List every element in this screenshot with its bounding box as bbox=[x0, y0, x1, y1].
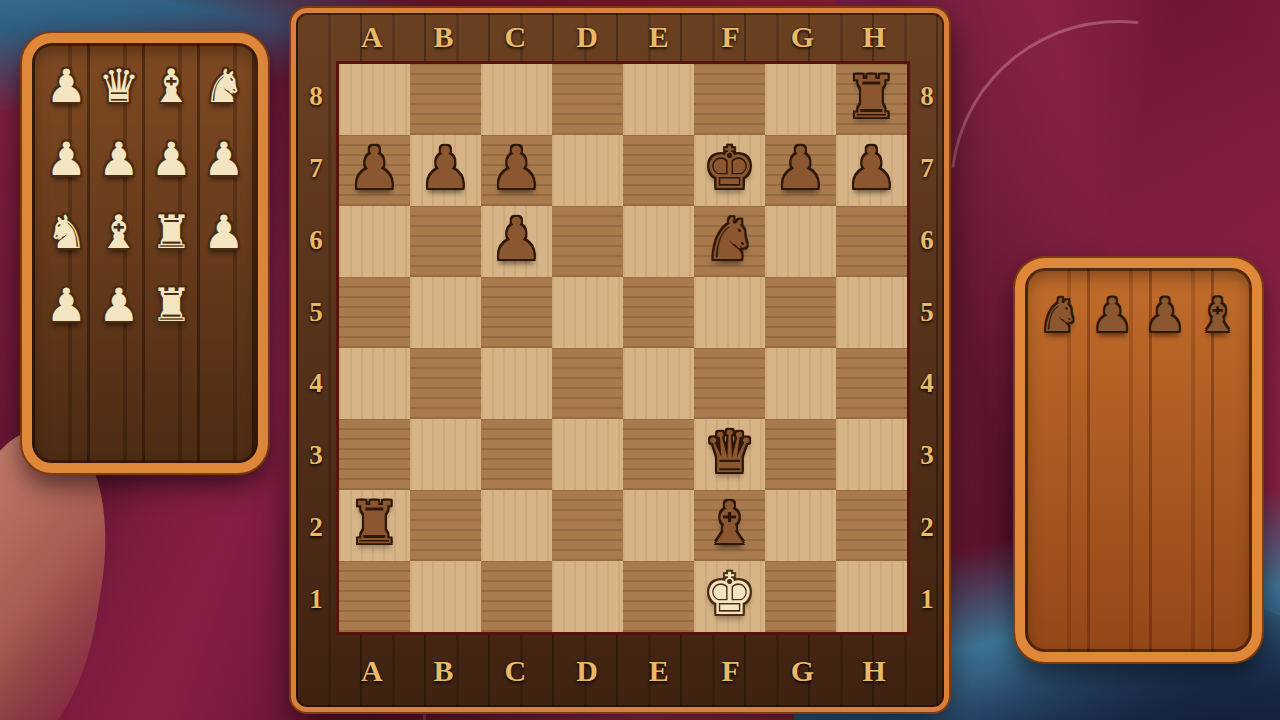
rank-label-right-1: 1 bbox=[910, 584, 944, 615]
square-c1[interactable] bbox=[481, 561, 552, 632]
square-h6[interactable] bbox=[836, 206, 907, 277]
square-e3[interactable] bbox=[623, 419, 694, 490]
piece-black-knight: ♞ bbox=[1033, 280, 1086, 350]
piece-black-knight-f6[interactable]: ♞ bbox=[704, 210, 756, 268]
piece-black-pawn-a7[interactable]: ♟ bbox=[349, 139, 401, 197]
square-a3[interactable] bbox=[339, 419, 410, 490]
rank-label-left-7: 7 bbox=[296, 153, 336, 184]
rank-label-right-3: 3 bbox=[910, 440, 944, 471]
rank-labels-left: 87654321 bbox=[296, 61, 336, 635]
square-b1[interactable] bbox=[410, 561, 481, 632]
square-e7[interactable] bbox=[623, 135, 694, 206]
piece-black-rook-h8[interactable]: ♜ bbox=[846, 68, 898, 126]
square-c5[interactable] bbox=[481, 277, 552, 348]
square-f7[interactable]: ♚ bbox=[694, 135, 765, 206]
square-h5[interactable] bbox=[836, 277, 907, 348]
square-e6[interactable] bbox=[623, 206, 694, 277]
square-b2[interactable] bbox=[410, 490, 481, 561]
file-label-top-F: F bbox=[695, 20, 767, 54]
square-a1[interactable] bbox=[339, 561, 410, 632]
square-e1[interactable] bbox=[623, 561, 694, 632]
file-label-top-H: H bbox=[838, 20, 910, 54]
file-label-bottom-E: E bbox=[623, 654, 695, 688]
square-f8[interactable] bbox=[694, 64, 765, 135]
square-d1[interactable] bbox=[552, 561, 623, 632]
game-screen: ♟♛♝♞♟♟♟♟♞♝♜♟♟♟♜ ABCDEFGH 87654321 ♜♟♟♟♚♟… bbox=[0, 0, 1280, 720]
square-g2[interactable] bbox=[765, 490, 836, 561]
rank-label-left-5: 5 bbox=[296, 297, 336, 328]
square-g7[interactable]: ♟ bbox=[765, 135, 836, 206]
square-d2[interactable] bbox=[552, 490, 623, 561]
piece-white-pawn: ♟ bbox=[40, 53, 93, 119]
captured-black-pieces-tray: ♞♟♟♝ bbox=[1015, 258, 1262, 662]
square-h1[interactable] bbox=[836, 561, 907, 632]
piece-black-pawn-h7[interactable]: ♟ bbox=[846, 139, 898, 197]
piece-white-king-f1[interactable]: ♚ bbox=[704, 565, 756, 623]
square-c2[interactable] bbox=[481, 490, 552, 561]
square-e4[interactable] bbox=[623, 348, 694, 419]
square-c8[interactable] bbox=[481, 64, 552, 135]
square-e8[interactable] bbox=[623, 64, 694, 135]
square-g6[interactable] bbox=[765, 206, 836, 277]
piece-white-knight: ♞ bbox=[40, 199, 93, 265]
file-labels-bottom: ABCDEFGH bbox=[336, 635, 910, 707]
piece-white-pawn: ♟ bbox=[93, 272, 146, 338]
square-f3[interactable]: ♛ bbox=[694, 419, 765, 490]
file-label-bottom-F: F bbox=[695, 654, 767, 688]
square-h3[interactable] bbox=[836, 419, 907, 490]
square-c3[interactable] bbox=[481, 419, 552, 490]
piece-black-pawn: ♟ bbox=[1086, 280, 1139, 350]
board-grid: ♜♟♟♟♚♟♟♟♞♛♜♝♚ bbox=[336, 61, 910, 635]
square-d5[interactable] bbox=[552, 277, 623, 348]
square-d3[interactable] bbox=[552, 419, 623, 490]
piece-white-pawn: ♟ bbox=[40, 126, 93, 192]
rank-label-right-7: 7 bbox=[910, 153, 944, 184]
square-d4[interactable] bbox=[552, 348, 623, 419]
piece-white-bishop: ♝ bbox=[93, 199, 146, 265]
file-label-bottom-A: A bbox=[336, 654, 408, 688]
square-h7[interactable]: ♟ bbox=[836, 135, 907, 206]
square-g3[interactable] bbox=[765, 419, 836, 490]
piece-black-pawn-c6[interactable]: ♟ bbox=[491, 210, 543, 268]
piece-black-bishop-f2[interactable]: ♝ bbox=[704, 494, 756, 552]
square-a6[interactable] bbox=[339, 206, 410, 277]
piece-white-bishop: ♝ bbox=[145, 53, 198, 119]
square-g8[interactable] bbox=[765, 64, 836, 135]
piece-white-pawn: ♟ bbox=[198, 199, 251, 265]
square-c6[interactable]: ♟ bbox=[481, 206, 552, 277]
file-label-top-G: G bbox=[767, 20, 839, 54]
square-c7[interactable]: ♟ bbox=[481, 135, 552, 206]
square-a4[interactable] bbox=[339, 348, 410, 419]
file-label-bottom-H: H bbox=[838, 654, 910, 688]
square-a7[interactable]: ♟ bbox=[339, 135, 410, 206]
square-a5[interactable] bbox=[339, 277, 410, 348]
square-b4[interactable] bbox=[410, 348, 481, 419]
square-b6[interactable] bbox=[410, 206, 481, 277]
captured-white-pieces-tray: ♟♛♝♞♟♟♟♟♞♝♜♟♟♟♜ bbox=[22, 33, 268, 473]
piece-white-rook: ♜ bbox=[145, 199, 198, 265]
square-h2[interactable] bbox=[836, 490, 907, 561]
square-b3[interactable] bbox=[410, 419, 481, 490]
rank-label-left-1: 1 bbox=[296, 584, 336, 615]
piece-white-queen: ♛ bbox=[93, 53, 146, 119]
square-f4[interactable] bbox=[694, 348, 765, 419]
square-g4[interactable] bbox=[765, 348, 836, 419]
square-f2[interactable]: ♝ bbox=[694, 490, 765, 561]
square-e5[interactable] bbox=[623, 277, 694, 348]
file-label-top-E: E bbox=[623, 20, 695, 54]
piece-black-king-f7[interactable]: ♚ bbox=[704, 139, 756, 197]
square-d7[interactable] bbox=[552, 135, 623, 206]
file-label-bottom-G: G bbox=[767, 654, 839, 688]
piece-white-pawn: ♟ bbox=[40, 272, 93, 338]
rank-label-left-6: 6 bbox=[296, 225, 336, 256]
rank-label-right-4: 4 bbox=[910, 368, 944, 399]
piece-black-bishop: ♝ bbox=[1191, 280, 1244, 350]
piece-black-rook-a2[interactable]: ♜ bbox=[349, 494, 401, 552]
piece-white-pawn: ♟ bbox=[198, 126, 251, 192]
piece-black-queen-f3[interactable]: ♛ bbox=[704, 423, 756, 481]
square-f1[interactable]: ♚ bbox=[694, 561, 765, 632]
rank-label-right-6: 6 bbox=[910, 225, 944, 256]
square-b7[interactable]: ♟ bbox=[410, 135, 481, 206]
file-label-bottom-C: C bbox=[480, 654, 552, 688]
piece-white-knight: ♞ bbox=[198, 53, 251, 119]
square-f5[interactable] bbox=[694, 277, 765, 348]
piece-white-pawn: ♟ bbox=[93, 126, 146, 192]
square-b5[interactable] bbox=[410, 277, 481, 348]
file-labels-top: ABCDEFGH bbox=[336, 13, 910, 61]
rank-label-left-2: 2 bbox=[296, 512, 336, 543]
file-label-bottom-B: B bbox=[408, 654, 480, 688]
square-a8[interactable] bbox=[339, 64, 410, 135]
rank-label-right-2: 2 bbox=[910, 512, 944, 543]
rank-label-right-8: 8 bbox=[910, 81, 944, 112]
square-f6[interactable]: ♞ bbox=[694, 206, 765, 277]
square-a2[interactable]: ♜ bbox=[339, 490, 410, 561]
captured-white-pieces-grid: ♟♛♝♞♟♟♟♟♞♝♜♟♟♟♜ bbox=[32, 43, 258, 348]
square-g5[interactable] bbox=[765, 277, 836, 348]
square-h8[interactable]: ♜ bbox=[836, 64, 907, 135]
chess-board-frame: ABCDEFGH 87654321 ♜♟♟♟♚♟♟♟♞♛♜♝♚ 87654321… bbox=[291, 8, 949, 712]
rank-label-left-3: 3 bbox=[296, 440, 336, 471]
square-d6[interactable] bbox=[552, 206, 623, 277]
file-label-top-B: B bbox=[408, 20, 480, 54]
rank-label-left-4: 4 bbox=[296, 368, 336, 399]
square-c4[interactable] bbox=[481, 348, 552, 419]
captured-black-pieces-grid: ♞♟♟♝ bbox=[1025, 268, 1252, 360]
board-middle: 87654321 ♜♟♟♟♚♟♟♟♞♛♜♝♚ 87654321 bbox=[296, 61, 944, 635]
file-label-top-D: D bbox=[551, 20, 623, 54]
square-b8[interactable] bbox=[410, 64, 481, 135]
file-label-top-A: A bbox=[336, 20, 408, 54]
square-d8[interactable] bbox=[552, 64, 623, 135]
square-e2[interactable] bbox=[623, 490, 694, 561]
square-g1[interactable] bbox=[765, 561, 836, 632]
piece-white-rook: ♜ bbox=[145, 272, 198, 338]
rank-labels-right: 87654321 bbox=[910, 61, 944, 635]
piece-black-pawn-b7[interactable]: ♟ bbox=[420, 139, 472, 197]
rank-label-right-5: 5 bbox=[910, 297, 944, 328]
piece-black-pawn: ♟ bbox=[1139, 280, 1192, 350]
file-label-bottom-D: D bbox=[551, 654, 623, 688]
piece-white-pawn: ♟ bbox=[145, 126, 198, 192]
piece-black-pawn-g7[interactable]: ♟ bbox=[775, 139, 827, 197]
square-h4[interactable] bbox=[836, 348, 907, 419]
rank-label-left-8: 8 bbox=[296, 81, 336, 112]
piece-black-pawn-c7[interactable]: ♟ bbox=[491, 139, 543, 197]
file-label-top-C: C bbox=[480, 20, 552, 54]
